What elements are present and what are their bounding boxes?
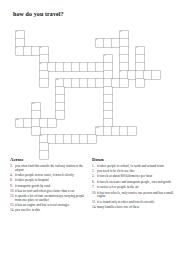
grid-cell[interactable]: [144, 71, 152, 79]
grid-cell[interactable]: [104, 103, 112, 111]
grid-cell[interactable]: [136, 79, 144, 87]
grid-cell[interactable]: [128, 127, 136, 135]
clue-item-text: it takes people to school, to work and a…: [97, 164, 176, 168]
clue-item-text: it has no roof and often goes faster tha…: [15, 189, 90, 193]
grid-cell[interactable]: [80, 135, 88, 143]
grid-cell[interactable]: [32, 111, 40, 119]
clue-number-label: 12: [16, 118, 19, 120]
grid-cell[interactable]: [64, 135, 72, 143]
across-clue-list: 3.you often find this outside the railwa…: [10, 164, 90, 213]
clue-item-text: it has an engine and has several carriag…: [15, 203, 90, 207]
grid-cell[interactable]: [104, 63, 112, 71]
grid-cell[interactable]: [136, 71, 144, 79]
grid-cell[interactable]: [32, 127, 40, 135]
down-clue-list: 1.it takes people to school, to work and…: [92, 164, 176, 209]
clue-number-label: 11: [32, 102, 34, 104]
grid-cell[interactable]: [104, 79, 112, 87]
grid-cell[interactable]: 6: [136, 47, 144, 55]
clue-item-text: it is found only in cities and travels o…: [97, 200, 176, 204]
grid-cell[interactable]: [112, 127, 120, 135]
grid-cell[interactable]: 9: [120, 71, 128, 79]
grid-cell[interactable]: [24, 119, 32, 127]
page-title: how do you travel?: [13, 11, 64, 17]
grid-cell[interactable]: [40, 71, 48, 79]
clue-number-label: 5: [40, 46, 41, 48]
grid-cell[interactable]: 8: [40, 63, 48, 71]
down-clues-section: Down 1.it takes people to school, to wor…: [92, 157, 176, 248]
grid-cell[interactable]: [136, 55, 144, 63]
grid-cell[interactable]: 4: [16, 47, 24, 55]
grid-cell[interactable]: [120, 55, 128, 63]
grid-cell[interactable]: 13: [96, 127, 104, 135]
clue-number-label: 2: [120, 30, 121, 32]
grid-cell[interactable]: 12: [16, 119, 24, 127]
grid-cell[interactable]: 14: [40, 135, 48, 143]
clue-item: 14.you can live in this: [10, 209, 90, 213]
clue-item-text: it takes people across water, it travels…: [15, 173, 90, 177]
grid-cell[interactable]: 2: [120, 31, 128, 39]
grid-cell[interactable]: [120, 127, 128, 135]
grid-cell[interactable]: [32, 119, 40, 127]
clue-number-label: 4: [16, 46, 17, 48]
clue-item: 9.it transports goods by road: [10, 184, 90, 188]
grid-cell[interactable]: [120, 47, 128, 55]
clue-item: 3.you often find this outside the railwa…: [10, 164, 90, 171]
grid-cell[interactable]: [96, 63, 104, 71]
grid-cell[interactable]: [120, 39, 128, 47]
grid-cell[interactable]: [112, 79, 120, 87]
clue-item: 6.it travels on water and transports peo…: [92, 180, 176, 184]
grid-cell[interactable]: [56, 63, 64, 71]
clue-number-label: 10: [56, 78, 59, 80]
grid-cell[interactable]: [88, 63, 96, 71]
grid-cell[interactable]: 7: [104, 55, 112, 63]
worksheet-page: how do you travel? 1234567891011121314 A…: [0, 0, 180, 256]
grid-cell[interactable]: [120, 79, 128, 87]
across-clues-section: Across 3.you often find this outside the…: [10, 157, 90, 255]
clue-item-text: you can live in this: [15, 209, 90, 213]
clue-item: 12.it spends a lot of time on motorways …: [10, 194, 90, 201]
grid-cell[interactable]: [56, 103, 64, 111]
grid-cell[interactable]: 3: [96, 39, 104, 47]
crossword-grid: 1234567891011121314: [16, 31, 160, 159]
grid-cell[interactable]: [72, 63, 80, 71]
grid-cell[interactable]: [88, 135, 96, 143]
clue-item: 10.it has two wheels, only carries one p…: [92, 191, 176, 198]
clue-item-text: many families have one of these: [97, 205, 176, 209]
grid-cell[interactable]: [96, 79, 104, 87]
grid-cell[interactable]: [56, 111, 64, 119]
grid-cell[interactable]: [104, 111, 112, 119]
grid-cell[interactable]: [56, 135, 64, 143]
grid-cell[interactable]: [104, 39, 112, 47]
grid-cell[interactable]: [88, 79, 96, 87]
grid-cell[interactable]: [56, 95, 64, 103]
across-header: Across: [10, 157, 72, 162]
clue-item-text: it takes people to hospital: [15, 178, 90, 182]
grid-cell[interactable]: [40, 143, 48, 151]
clue-item-text: it spends a lot of time on motorways car…: [15, 194, 90, 201]
grid-cell[interactable]: [136, 63, 144, 71]
grid-cell[interactable]: [104, 127, 112, 135]
clue-item-text: it travels at about 800 kilometres per h…: [97, 175, 176, 179]
grid-cell[interactable]: [104, 119, 112, 127]
down-header: Down: [92, 157, 158, 162]
clue-item-text: it travels on water and transports peopl…: [97, 180, 176, 184]
grid-cell[interactable]: [24, 47, 32, 55]
clue-item-text: it carries a few people in the air: [97, 185, 176, 189]
clue-item: 5.it travels at about 800 kilometres per…: [92, 175, 176, 179]
grid-cell[interactable]: 11: [32, 103, 40, 111]
clue-number-label: 6: [136, 46, 137, 48]
grid-cell[interactable]: [104, 95, 112, 103]
clue-item: 2.you need to be fit to use this: [92, 169, 176, 173]
grid-cell[interactable]: [40, 119, 48, 127]
grid-cell[interactable]: [104, 87, 112, 95]
grid-cell[interactable]: [64, 79, 72, 87]
grid-cell[interactable]: 5: [40, 47, 48, 55]
grid-cell[interactable]: [80, 63, 88, 71]
clue-item-text: you often find this outside the railway …: [15, 164, 90, 171]
clue-item-text: it has two wheels, only carries one pers…: [97, 191, 176, 198]
grid-cell[interactable]: [112, 39, 120, 47]
grid-cell[interactable]: [32, 47, 40, 55]
grid-cell[interactable]: [104, 71, 112, 79]
clue-number-label: 7: [104, 54, 105, 56]
clue-number-label: 3: [96, 38, 97, 40]
clue-item: 7.it carries a few people in the air: [92, 185, 176, 189]
clue-item: 4.it takes people across water, it trave…: [10, 173, 90, 177]
clue-item: 1.it takes people to school, to work and…: [92, 164, 176, 168]
clue-item: 11.it is found only in cities and travel…: [92, 200, 176, 204]
grid-cell[interactable]: [72, 79, 80, 87]
grid-cell[interactable]: [64, 63, 72, 71]
grid-cell[interactable]: [48, 135, 56, 143]
clue-item: 10.it has no roof and often goes faster …: [10, 189, 90, 193]
clue-item: 8.it takes people to hospital: [10, 178, 90, 182]
clue-number-label: 8: [40, 62, 41, 64]
grid-cell[interactable]: [72, 135, 80, 143]
clue-number-label: 14: [40, 134, 43, 136]
grid-cell[interactable]: [56, 87, 64, 95]
grid-cell[interactable]: [48, 63, 56, 71]
grid-cell[interactable]: [40, 79, 48, 87]
clue-number-label: 1: [16, 30, 17, 32]
clue-number-label: 9: [120, 70, 121, 72]
clue-item: 13.it has an engine and has several carr…: [10, 203, 90, 207]
clue-number-label: 13: [96, 126, 99, 128]
grid-cell[interactable]: [48, 119, 56, 127]
grid-cell[interactable]: [80, 79, 88, 87]
grid-cell[interactable]: 1: [16, 31, 24, 39]
grid-cell[interactable]: [152, 71, 160, 79]
grid-cell[interactable]: [128, 71, 136, 79]
grid-cell[interactable]: 10: [56, 79, 64, 87]
clue-item-text: you need to be fit to use this: [97, 169, 176, 173]
clue-item: 14.many families have one of these: [92, 205, 176, 209]
clue-item-text: it transports goods by road: [15, 184, 90, 188]
